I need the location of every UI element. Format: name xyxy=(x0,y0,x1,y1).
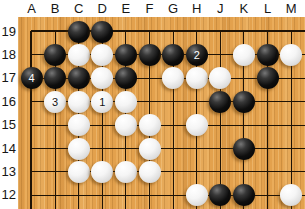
white-stone-M12[interactable] xyxy=(280,184,302,206)
white-stone-E16[interactable] xyxy=(115,91,137,113)
black-stone-E18[interactable] xyxy=(115,44,137,66)
black-stone-J12[interactable] xyxy=(209,184,231,206)
white-stone-H12[interactable] xyxy=(186,184,208,206)
black-stone-L18[interactable] xyxy=(257,44,279,66)
black-stone-K12[interactable] xyxy=(233,184,255,206)
white-stone-F15[interactable] xyxy=(139,114,161,136)
white-stone-D18[interactable] xyxy=(91,44,113,66)
white-stone-F13[interactable] xyxy=(139,161,161,183)
white-stone-M18[interactable] xyxy=(280,44,302,66)
white-stone-D16[interactable]: 1 xyxy=(91,91,113,113)
white-stone-K18[interactable] xyxy=(233,44,255,66)
black-stone-K16[interactable] xyxy=(233,91,255,113)
white-stone-C16[interactable] xyxy=(68,91,90,113)
black-stone-J16[interactable] xyxy=(209,91,231,113)
black-stone-G18[interactable] xyxy=(162,44,184,66)
black-stone-B17[interactable] xyxy=(44,67,66,89)
black-stone-B18[interactable] xyxy=(44,44,66,66)
white-stone-E13[interactable] xyxy=(115,161,137,183)
move-number-label: 1 xyxy=(91,91,113,113)
white-stone-H15[interactable] xyxy=(186,114,208,136)
black-stone-D19[interactable] xyxy=(91,21,113,43)
white-stone-C18[interactable] xyxy=(68,44,90,66)
black-stone-K14[interactable] xyxy=(233,138,255,160)
white-stone-D13[interactable] xyxy=(91,161,113,183)
white-stone-C14[interactable] xyxy=(68,138,90,160)
move-number-label: 2 xyxy=(186,44,208,66)
white-stone-C13[interactable] xyxy=(68,161,90,183)
black-stone-E17[interactable] xyxy=(115,67,137,89)
black-stone-C17[interactable] xyxy=(68,67,90,89)
white-stone-H17[interactable] xyxy=(186,67,208,89)
white-stone-C15[interactable] xyxy=(68,114,90,136)
move-number-label: 3 xyxy=(44,91,66,113)
black-stone-H18[interactable]: 2 xyxy=(186,44,208,66)
white-stone-G17[interactable] xyxy=(162,67,184,89)
white-stone-B16[interactable]: 3 xyxy=(44,91,66,113)
go-board-diagram: ABCDEFGHJKLM 1918171615141312 2431 xyxy=(0,0,305,209)
black-stone-L17[interactable] xyxy=(257,67,279,89)
white-stone-D17[interactable] xyxy=(91,67,113,89)
white-stone-J17[interactable] xyxy=(209,67,231,89)
black-stone-C19[interactable] xyxy=(68,21,90,43)
white-stone-F14[interactable] xyxy=(139,138,161,160)
white-stone-E15[interactable] xyxy=(115,114,137,136)
stones-layer: 2431 xyxy=(0,0,305,209)
black-stone-F18[interactable] xyxy=(139,44,161,66)
black-stone-A17[interactable]: 4 xyxy=(21,67,43,89)
move-number-label: 4 xyxy=(21,67,43,89)
